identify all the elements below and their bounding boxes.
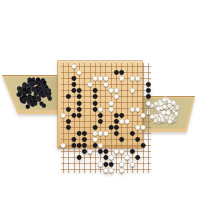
white-tray-stone: ● [160,117,165,122]
white-tray-stone: ● [169,102,174,107]
black-tray-stone: ● [41,87,46,92]
white-tray-stone: ● [162,104,167,109]
white-tray-stone: ● [166,110,171,115]
white-tray-stone: ● [162,104,167,109]
black-tray-stone: ● [26,97,31,102]
black-tray-stone: ● [30,82,35,87]
black-tray-stone: ● [17,92,22,97]
black-tray-stone: ● [38,81,43,86]
white-tray-stone: ● [174,106,179,111]
black-tray-stone: ● [21,95,26,100]
black-tray-stone: ● [20,98,25,103]
black-tray-stone: ● [19,87,24,92]
black-tray-stone: ● [27,100,32,105]
white-tray-stone: ● [167,116,172,121]
black-tray-stone: ● [41,84,46,89]
white-tray-stone: ● [171,116,176,121]
white-tray-stone: ● [166,103,171,108]
black-tray-stone: ● [28,86,33,91]
black-tray-stone: ● [45,90,50,95]
white-tray-stone: ● [162,97,167,102]
black-tray-stone: ● [44,85,49,90]
white-tray-stone: ● [172,108,177,113]
black-stone-tray: ●●●●●●●●●●●●●●●●●●●●●●●●●●●●●●●●●●●●●●●●… [2,75,59,114]
black-tray-stone: ● [24,83,29,88]
black-tray-stone: ● [31,96,36,101]
white-tray-stone: ● [164,117,169,122]
black-tray-stone: ● [31,80,36,85]
white-tray-stone: ● [163,96,168,101]
black-tray-stone: ● [31,79,36,84]
white-tray-stone: ● [154,113,159,118]
white-tray-stone: ● [164,115,169,120]
white-tray-stone: ● [159,105,164,110]
white-tray-stone: ● [164,99,169,104]
black-tray-stone: ● [32,95,37,100]
black-tray-stone: ● [36,89,41,94]
black-tray-stone: ● [22,82,27,87]
white-tray-stone: ● [172,103,177,108]
white-tray-stone: ● [169,113,174,118]
white-tray-stone: ● [159,101,164,106]
white-tray-stone: ● [156,116,161,121]
black-tray-stone: ● [45,92,50,97]
black-tray-stone: ● [26,83,31,88]
black-tray-stone: ● [38,81,43,86]
black-tray-stone: ● [34,91,39,96]
go-board: ●●●●●●●●●●●●●●●●●●●●●●●●●●●●●●●●●●●●●●●●… [58,61,142,148]
go-set-photo: ●●●●●●●●●●●●●●●●●●●●●●●●●●●●●●●●●●●●●●●●… [0,0,200,210]
black-tray-stone: ● [42,89,47,94]
white-tray-stone: ● [156,106,161,111]
black-tray-stone: ● [17,86,22,91]
white-tray-stone: ● [167,99,172,104]
white-tray-stone: ● [150,115,155,120]
white-tray-stone: ● [163,107,168,112]
white-tray-stone: ● [175,105,180,110]
black-tray-stone: ● [17,86,22,91]
black-tray-stone: ● [31,77,36,82]
white-tray-stone: ● [169,105,174,110]
black-tray-stone: ● [40,78,45,83]
white-tray-stone: ● [160,112,165,117]
black-tray-stone: ● [35,85,40,90]
black-tray-stone: ● [27,97,32,102]
white-tray-stone: ● [159,114,164,119]
white-tray-stone: ● [153,103,158,108]
black-tray-stone: ● [46,89,51,94]
black-tray-stone: ● [36,95,41,100]
white-tray-stone: ● [168,106,173,111]
white-tray-stone: ● [161,114,166,119]
black-tray-stone: ● [29,78,34,83]
black-tray-stone: ● [22,87,27,92]
black-tray-stone: ● [31,81,36,86]
white-tray-stone: ● [158,117,163,122]
white-tray-stone: ● [154,116,159,121]
white-tray-stone: ● [165,114,170,119]
white-tray-stone: ● [162,107,167,112]
white-tray-stone: ● [168,102,173,107]
black-tray-stone: ● [44,85,49,90]
black-tray-stone: ● [23,97,28,102]
black-tray-stone: ● [24,89,29,94]
white-tray-stone: ● [170,116,175,121]
black-tray-stone: ● [36,77,41,82]
white-tray-stone: ● [162,97,167,102]
black-tray-stone: ● [34,80,39,85]
black-tray-stone: ● [31,87,36,92]
white-tray-stone: ● [170,115,175,120]
white-tray-stone: ● [159,103,164,108]
black-tray-stone: ● [46,90,51,95]
white-tray-stone: ● [166,109,171,114]
white-tray-stone: ● [166,114,171,119]
white-tray-stone: ● [164,109,169,114]
white-tray-stone: ● [163,110,168,115]
white-tray-stone: ● [163,100,168,105]
black-tray-stone: ● [19,87,24,92]
black-tray-stone: ● [40,90,45,95]
white-tray-stone: ● [162,99,167,104]
white-tray-stone: ● [167,119,172,124]
black-tray-stone: ● [38,82,43,87]
black-tray-stone: ● [41,78,46,83]
black-tray-stone: ● [28,94,33,99]
white-tray-stone: ● [175,107,180,112]
black-tray-stone: ● [37,80,42,85]
white-tray-stone: ● [173,113,178,118]
black-tray-stone: ● [22,92,27,97]
black-tray-stone: ● [21,89,26,94]
black-tray-stone: ● [38,91,43,96]
black-tray-stone: ● [43,92,48,97]
black-tray-stone: ● [40,82,45,87]
black-tray-stone: ● [44,85,49,90]
white-tray-stone: ● [174,111,179,116]
white-tray-stone: ● [165,97,170,102]
black-tray-stone: ● [27,90,32,95]
black-tray-stone: ● [36,96,41,101]
white-tray-stone: ● [162,99,167,104]
black-tray-stone: ● [24,95,29,100]
black-tray-stone: ● [28,95,33,100]
black-stone-pile: ●●●●●●●●●●●●●●●●●●●●●●●●●●●●●●●●●●●●●●●●… [17,77,53,110]
black-tray-stone: ● [22,82,27,87]
white-tray-stone: ● [162,110,167,115]
white-tray-stone: ● [170,118,175,123]
black-tray-stone: ● [31,86,36,91]
black-tray-stone: ● [42,80,47,85]
black-tray-stone: ● [23,97,28,102]
black-tray-stone: ● [22,84,27,89]
white-tray-stone: ● [171,100,176,105]
black-tray-stone: ● [33,99,38,104]
white-tray-stone: ● [168,113,173,118]
white-tray-stone: ● [165,110,170,115]
black-tray-stone: ● [26,87,31,92]
white-tray-stone: ● [160,102,165,107]
black-tray-stone: ● [42,83,47,88]
white-tray-stone: ● [175,104,180,109]
white-tray-stone: ● [154,101,159,106]
white-tray-stone: ● [157,104,162,109]
black-tray-stone: ● [23,89,28,94]
white-tray-stone: ● [162,113,167,118]
white-tray-stone: ● [167,105,172,110]
white-stone-pile: ●●●●●●●●●●●●●●●●●●●●●●●●●●●●●●●●●●●●●●●●… [147,98,181,125]
white-tray-stone: ● [167,114,172,119]
black-tray-stone: ● [19,96,24,101]
white-tray-stone: ● [162,99,167,104]
black-tray-stone: ● [47,88,52,93]
black-tray-stone: ● [44,88,49,93]
white-tray-stone: ● [158,99,163,104]
white-tray-stone: ● [158,118,163,123]
black-tray-stone: ● [32,97,37,102]
black-tray-stone: ● [37,97,42,102]
black-tray-stone: ● [27,94,32,99]
black-tray-stone: ● [39,86,44,91]
black-tray-stone: ● [47,96,52,101]
white-tray-stone: ● [160,105,165,110]
black-tray-stone: ● [44,90,49,95]
white-tray-stone: ● [154,116,159,121]
white-tray-stone: ● [169,118,174,123]
white-tray-stone: ● [153,118,158,123]
white-tray-stone: ● [172,101,177,106]
white-tray-stone: ● [167,101,172,106]
black-tray-stone: ● [41,93,46,98]
white-tray-stone: ● [156,108,161,113]
white-tray-stone: ● [159,105,164,110]
white-tray-stone: ● [168,114,173,119]
black-tray-stone: ● [43,88,48,93]
black-tray-stone: ● [41,103,46,108]
black-tray-stone: ● [28,95,33,100]
black-tray-stone: ● [39,79,44,84]
black-tray-stone: ● [40,90,45,95]
black-tray-stone: ● [38,81,43,86]
black-tray-stone: ● [39,92,44,97]
black-tray-stone: ● [45,88,50,93]
black-tray-stone: ● [31,95,36,100]
black-tray-stone: ● [38,86,43,91]
black-tray-stone: ● [18,88,23,93]
black-tray-stone: ● [32,99,37,104]
white-tray-stone: ● [157,113,162,118]
black-tray-stone: ● [39,91,44,96]
white-tray-stone: ● [151,114,156,119]
white-tray-stone: ● [173,104,178,109]
black-tray-stone: ● [18,89,23,94]
black-tray-stone: ● [33,87,38,92]
black-tray-stone: ● [39,101,44,106]
board-grid: ●●●●●●●●●●●●●●●●●●●●●●●●●●●●●●●●●●●●●●●●… [61,63,140,145]
black-tray-stone: ● [29,82,34,87]
black-tray-stone: ● [27,79,32,84]
white-tray-stone: ● [161,118,166,123]
board-cell [146,167,151,173]
black-tray-stone: ● [41,90,46,95]
black-tray-stone: ● [36,88,41,93]
white-tray-stone: ● [160,109,165,114]
black-tray-stone: ● [46,88,51,93]
black-tray-stone: ● [32,87,37,92]
white-tray-stone: ● [158,112,163,117]
black-tray-stone: ● [22,87,27,92]
white-tray-stone: ● [164,105,169,110]
white-tray-stone: ● [159,111,164,116]
black-tray-stone: ● [47,94,52,99]
white-tray-stone: ● [158,106,163,111]
black-tray-stone: ● [27,96,32,101]
white-tray-stone: ● [172,117,177,122]
black-tray-stone: ● [22,99,27,104]
black-tray-stone: ● [27,77,32,82]
black-tray-stone: ● [47,91,52,96]
white-tray-stone: ● [164,110,169,115]
black-tray-stone: ● [29,101,34,106]
black-tray-stone: ● [34,91,39,96]
white-tray-stone: ● [162,104,167,109]
white-tray-stone: ● [165,110,170,115]
black-tray-stone: ● [17,91,22,96]
white-tray-stone: ● [165,115,170,120]
black-tray-stone: ● [30,99,35,104]
black-tray-stone: ● [25,104,30,109]
black-tray-stone: ● [33,101,38,106]
white-tray-stone: ● [157,119,162,124]
white-tray-stone: ● [166,112,171,117]
white-tray-stone: ● [163,112,168,117]
black-tray-stone: ● [31,102,36,107]
black-tray-stone: ● [24,89,29,94]
white-tray-stone: ● [156,102,161,107]
white-tray-stone: ● [167,103,172,108]
black-tray-stone: ● [41,80,46,85]
black-tray-stone: ● [33,80,38,85]
black-tray-stone: ● [16,92,21,97]
black-tray-stone: ● [26,89,31,94]
